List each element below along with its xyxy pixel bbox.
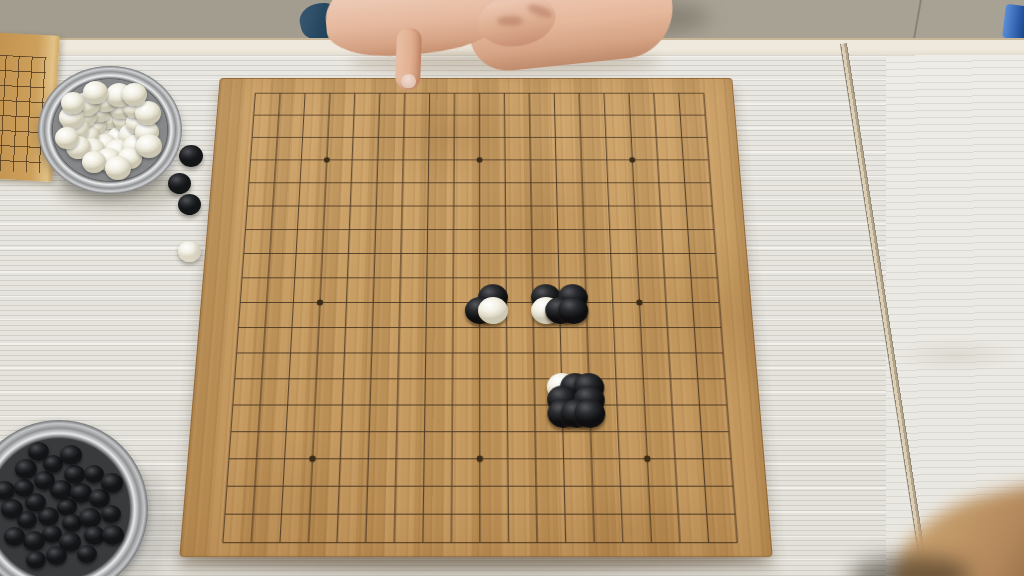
black-stone-in-bowl <box>23 531 45 551</box>
black-stone-in-bowl <box>101 473 123 493</box>
black-stone-in-bowl <box>14 479 34 497</box>
white-stone-in-bowl <box>136 134 162 158</box>
board-grid <box>207 82 753 557</box>
black-stone-in-bowl <box>79 508 101 528</box>
black-stone-in-bowl <box>15 459 37 479</box>
blue-object <box>1002 4 1024 40</box>
white-stone-in-bowl <box>82 151 106 173</box>
knuckle-crease <box>497 16 523 26</box>
loose-black-stone <box>179 145 203 167</box>
black-stone <box>558 297 589 324</box>
black-stone-in-bowl <box>77 545 97 563</box>
white-stone-pile <box>49 76 171 182</box>
black-stone-in-bowl <box>26 551 46 569</box>
black-stone-pile <box>0 432 135 576</box>
white-stone <box>478 297 508 324</box>
black-stone-in-bowl <box>102 525 124 545</box>
black-stone-in-bowl <box>101 505 121 523</box>
black-stone <box>574 399 606 428</box>
black-stone-in-bowl <box>34 471 55 490</box>
white-stone-in-bowl <box>83 81 108 104</box>
black-stone-in-bowl <box>60 445 82 465</box>
go-board <box>179 78 772 557</box>
board-grid-area <box>207 82 753 557</box>
black-stone-in-bowl <box>4 527 25 546</box>
white-stone-in-bowl <box>105 156 131 180</box>
photo-scene <box>0 0 1024 576</box>
loose-white-stone <box>178 241 201 262</box>
black-stone-in-bowl <box>46 546 67 565</box>
fingernail <box>401 74 416 88</box>
black-stone-in-bowl <box>64 465 85 484</box>
black-stone-in-bowl <box>1 499 23 519</box>
white-stone-in-bowl <box>55 127 79 149</box>
white-stone-bowl <box>38 66 182 194</box>
loose-black-stone <box>168 173 191 194</box>
loose-black-stone <box>178 194 201 215</box>
black-stone-in-bowl <box>0 481 15 500</box>
